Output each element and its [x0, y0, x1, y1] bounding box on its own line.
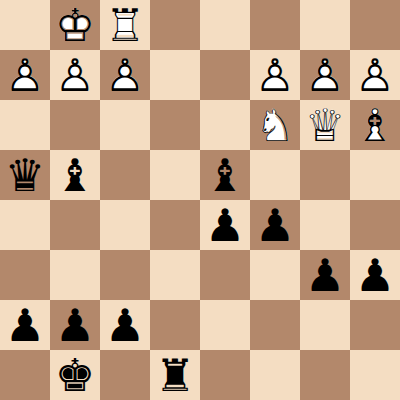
square-e8[interactable]: ♜ [150, 350, 200, 400]
white-king-icon: ♔ [50, 0, 100, 50]
square-e6[interactable] [150, 250, 200, 300]
square-f6[interactable] [100, 250, 150, 300]
black-pawn-icon: ♟ [300, 250, 350, 300]
square-a5[interactable] [350, 200, 400, 250]
square-d1[interactable] [200, 0, 250, 50]
square-g6[interactable] [50, 250, 100, 300]
black-bishop-icon: ♝ [50, 150, 100, 200]
square-h8[interactable] [0, 350, 50, 400]
square-a1[interactable] [350, 0, 400, 50]
square-g2[interactable]: ♟♙ [50, 50, 100, 100]
black-pawn-icon: ♟ [200, 200, 250, 250]
square-f5[interactable] [100, 200, 150, 250]
square-d8[interactable] [200, 350, 250, 400]
white-pawn-icon: ♙ [100, 50, 150, 100]
square-c1[interactable] [250, 0, 300, 50]
square-h5[interactable] [0, 200, 50, 250]
square-d2[interactable] [200, 50, 250, 100]
square-g1[interactable]: ♚♔ [50, 0, 100, 50]
square-c5[interactable]: ♟ [250, 200, 300, 250]
square-d5[interactable]: ♟ [200, 200, 250, 250]
white-bishop-icon: ♗ [350, 100, 400, 150]
square-a8[interactable] [350, 350, 400, 400]
square-f3[interactable] [100, 100, 150, 150]
square-a3[interactable]: ♝♗ [350, 100, 400, 150]
square-g5[interactable] [50, 200, 100, 250]
square-b3[interactable]: ♛♕ [300, 100, 350, 150]
black-queen-icon: ♛ [0, 150, 50, 200]
white-knight-icon: ♘ [250, 100, 300, 150]
square-e5[interactable] [150, 200, 200, 250]
square-f4[interactable] [100, 150, 150, 200]
square-b6[interactable]: ♟ [300, 250, 350, 300]
square-g7[interactable]: ♟ [50, 300, 100, 350]
black-pawn-icon: ♟ [100, 300, 150, 350]
square-f7[interactable]: ♟ [100, 300, 150, 350]
square-h1[interactable] [0, 0, 50, 50]
square-e4[interactable] [150, 150, 200, 200]
square-h3[interactable] [0, 100, 50, 150]
white-pawn-icon: ♙ [50, 50, 100, 100]
square-h6[interactable] [0, 250, 50, 300]
white-pawn-icon: ♙ [250, 50, 300, 100]
square-b1[interactable] [300, 0, 350, 50]
black-pawn-icon: ♟ [350, 250, 400, 300]
square-d6[interactable] [200, 250, 250, 300]
square-e1[interactable] [150, 0, 200, 50]
square-c6[interactable] [250, 250, 300, 300]
square-d4[interactable]: ♝ [200, 150, 250, 200]
square-d7[interactable] [200, 300, 250, 350]
square-b7[interactable] [300, 300, 350, 350]
square-a4[interactable] [350, 150, 400, 200]
chess-board: ♚♔♜♖♟♙♟♙♟♙♟♙♟♙♟♙♞♘♛♕♝♗♛♝♝♟♟♟♟♟♟♟♚♜ [0, 0, 400, 400]
square-c4[interactable] [250, 150, 300, 200]
black-king-icon: ♚ [50, 350, 100, 400]
white-pawn-icon: ♙ [350, 50, 400, 100]
square-h7[interactable]: ♟ [0, 300, 50, 350]
white-rook-icon: ♖ [100, 0, 150, 50]
square-g8[interactable]: ♚ [50, 350, 100, 400]
square-b4[interactable] [300, 150, 350, 200]
square-b5[interactable] [300, 200, 350, 250]
square-c8[interactable] [250, 350, 300, 400]
square-e3[interactable] [150, 100, 200, 150]
square-f8[interactable] [100, 350, 150, 400]
square-a2[interactable]: ♟♙ [350, 50, 400, 100]
white-pawn-icon: ♙ [300, 50, 350, 100]
square-e7[interactable] [150, 300, 200, 350]
square-b2[interactable]: ♟♙ [300, 50, 350, 100]
square-f1[interactable]: ♜♖ [100, 0, 150, 50]
black-pawn-icon: ♟ [0, 300, 50, 350]
square-c2[interactable]: ♟♙ [250, 50, 300, 100]
square-g3[interactable] [50, 100, 100, 150]
white-pawn-icon: ♙ [0, 50, 50, 100]
black-bishop-icon: ♝ [200, 150, 250, 200]
square-a6[interactable]: ♟ [350, 250, 400, 300]
square-c7[interactable] [250, 300, 300, 350]
black-pawn-icon: ♟ [50, 300, 100, 350]
black-pawn-icon: ♟ [250, 200, 300, 250]
square-a7[interactable] [350, 300, 400, 350]
square-b8[interactable] [300, 350, 350, 400]
white-queen-icon: ♕ [300, 100, 350, 150]
square-d3[interactable] [200, 100, 250, 150]
square-h4[interactable]: ♛ [0, 150, 50, 200]
square-f2[interactable]: ♟♙ [100, 50, 150, 100]
black-rook-icon: ♜ [150, 350, 200, 400]
square-e2[interactable] [150, 50, 200, 100]
square-g4[interactable]: ♝ [50, 150, 100, 200]
square-h2[interactable]: ♟♙ [0, 50, 50, 100]
square-c3[interactable]: ♞♘ [250, 100, 300, 150]
